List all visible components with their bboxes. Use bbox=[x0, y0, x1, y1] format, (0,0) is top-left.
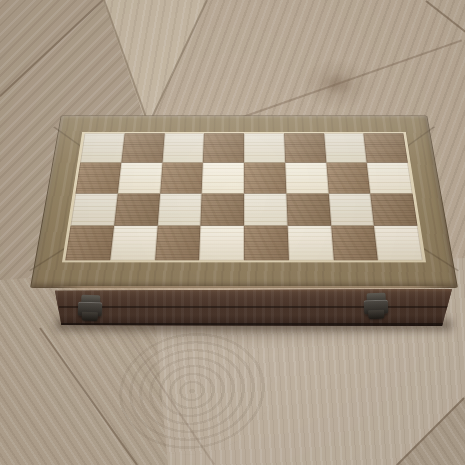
board-square-r3-c6 bbox=[286, 193, 331, 226]
board-square-r2-c6 bbox=[285, 162, 328, 193]
box-front-side bbox=[55, 289, 452, 326]
board-frame bbox=[30, 115, 458, 288]
board-square-r2-c4 bbox=[202, 162, 244, 193]
board-square-r4-c3 bbox=[155, 226, 201, 261]
board-square-r2-c3 bbox=[160, 162, 203, 193]
board-square-r1-c3 bbox=[162, 133, 204, 162]
box-bottom-edge bbox=[55, 323, 452, 326]
board-square-r2-c8 bbox=[367, 162, 413, 193]
latch-right bbox=[364, 293, 390, 321]
board-square-r3-c4 bbox=[201, 193, 244, 226]
board-square-r3-c7 bbox=[328, 193, 374, 226]
latch-lever bbox=[82, 312, 98, 321]
board-square-r3-c2 bbox=[114, 193, 160, 226]
board-top-face bbox=[30, 115, 458, 288]
board-square-r3-c1 bbox=[70, 193, 117, 226]
board-square-r4-c7 bbox=[331, 226, 378, 261]
latch-lever bbox=[368, 310, 384, 320]
board-square-r1-c2 bbox=[121, 133, 164, 162]
board-square-r4-c2 bbox=[110, 226, 157, 261]
board-square-r4-c8 bbox=[374, 226, 423, 261]
board-square-r1-c6 bbox=[284, 133, 326, 162]
lid-seam bbox=[59, 306, 448, 308]
frame-miter bbox=[405, 126, 434, 147]
board-square-r2-c2 bbox=[118, 162, 162, 193]
photo-scene bbox=[0, 0, 465, 465]
checkerboard bbox=[62, 132, 426, 263]
board-square-r2-c5 bbox=[244, 162, 286, 193]
board-square-r1-c7 bbox=[324, 133, 367, 162]
board-square-r4-c5 bbox=[244, 226, 289, 261]
board-square-r3-c3 bbox=[157, 193, 202, 226]
board-square-r1-c4 bbox=[203, 133, 244, 162]
board-square-r4-c4 bbox=[199, 226, 244, 261]
board-square-r1-c5 bbox=[244, 133, 285, 162]
latch-left bbox=[78, 295, 104, 323]
board-square-r3-c8 bbox=[370, 193, 417, 226]
frame-miter bbox=[53, 126, 82, 147]
board-square-r2-c1 bbox=[75, 162, 121, 193]
board-square-r2-c7 bbox=[326, 162, 370, 193]
board-square-r4-c6 bbox=[287, 226, 333, 261]
chess-box bbox=[0, 0, 465, 465]
board-square-r4-c1 bbox=[65, 226, 114, 261]
board-square-r3-c5 bbox=[244, 193, 287, 226]
board-square-r1-c8 bbox=[364, 133, 408, 162]
board-square-r1-c1 bbox=[80, 133, 124, 162]
